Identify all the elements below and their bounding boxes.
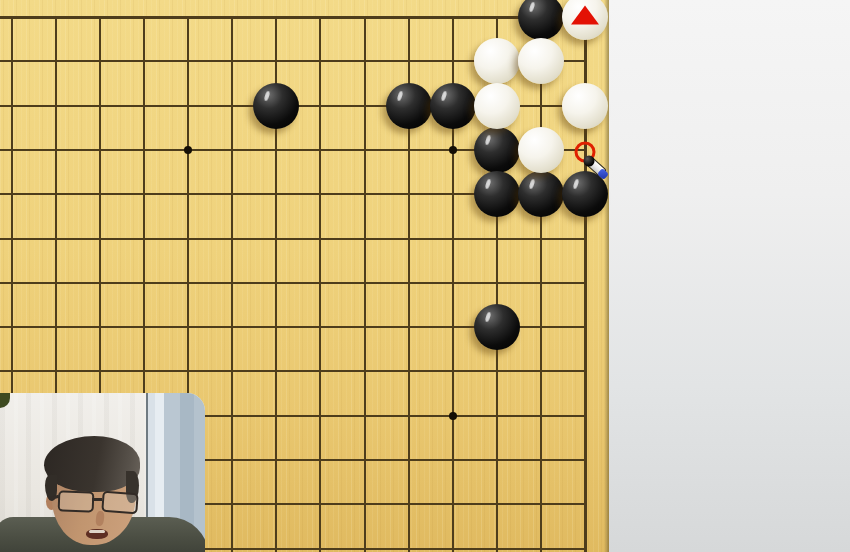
stone-white-t17	[562, 83, 608, 129]
stone-black-r15	[474, 171, 520, 217]
stone-black-r16	[474, 127, 520, 173]
stone-black-q17	[430, 83, 476, 129]
stone-white-s16	[518, 127, 564, 173]
star-point-k16	[184, 146, 192, 154]
last-move-triangle-icon	[571, 6, 599, 25]
stone-cursor-icon[interactable]	[584, 156, 595, 167]
person-glasses	[56, 489, 142, 513]
board-right-edge	[604, 0, 609, 552]
star-point-q16	[449, 146, 457, 154]
grid-line-h-19	[0, 16, 587, 19]
background-panel	[609, 0, 850, 552]
stone-black-r12	[474, 304, 520, 350]
webcam-overlay	[0, 393, 205, 552]
grid-line-h-14	[0, 238, 587, 240]
grid-line-h-11	[0, 370, 587, 372]
stone-black-m17	[253, 83, 299, 129]
stone-white-r17	[474, 83, 520, 129]
grid-line-h-13	[0, 282, 587, 284]
person-mouth	[86, 529, 108, 539]
stone-black-s15	[518, 171, 564, 217]
stone-black-p17	[386, 83, 432, 129]
stone-white-s18	[518, 38, 564, 84]
video-frame	[0, 0, 850, 552]
stone-white-r18	[474, 38, 520, 84]
star-point-q10	[449, 412, 457, 420]
